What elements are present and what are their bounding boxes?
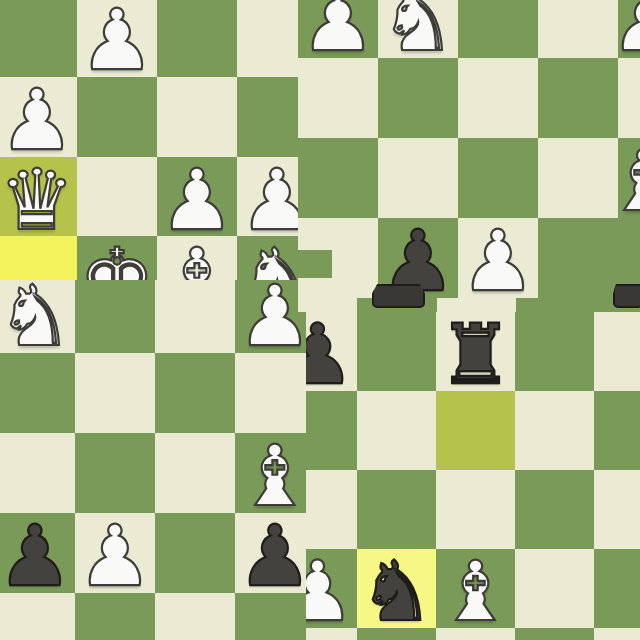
board-square[interactable] xyxy=(75,433,155,513)
white-bishop[interactable]: ♝ xyxy=(235,436,306,516)
board-square[interactable] xyxy=(157,0,237,77)
white-pawn[interactable]: ♟ xyxy=(235,276,306,356)
board-square[interactable] xyxy=(357,312,436,391)
board-square[interactable] xyxy=(594,628,640,640)
board-square[interactable] xyxy=(515,549,594,628)
board-square[interactable] xyxy=(594,470,640,549)
board-square[interactable] xyxy=(155,433,235,513)
black-pawn[interactable]: ♟ xyxy=(306,315,357,394)
white-pawn[interactable]: ♟ xyxy=(306,552,357,631)
board-square[interactable] xyxy=(357,391,436,470)
board-square[interactable] xyxy=(538,0,618,58)
board-fragment-top-right: ♟♞♟♟♟♝ xyxy=(298,0,640,298)
seam-band xyxy=(437,298,516,312)
board-square[interactable] xyxy=(515,470,594,549)
board-square[interactable] xyxy=(0,0,77,77)
seam-green-patch xyxy=(298,250,332,278)
white-bishop-partial[interactable]: ♝ xyxy=(604,141,640,221)
white-queen[interactable]: ♛ xyxy=(0,160,77,240)
board-square[interactable] xyxy=(0,353,75,433)
white-pawn[interactable]: ♟ xyxy=(458,221,538,298)
black-pawn[interactable]: ♟ xyxy=(0,516,75,596)
board-square[interactable] xyxy=(75,273,155,353)
black-rook[interactable]: ♜ xyxy=(436,315,515,394)
chess-board-mosaic: ♞♟♝♟♟♟♟♜♟♞♝♟♟♛♟♟♚♝♞♟♞♟♟♟♝ xyxy=(0,0,640,640)
white-knight[interactable]: ♞ xyxy=(237,239,300,280)
white-king[interactable]: ♚ xyxy=(77,239,157,280)
black-piece-base-partial xyxy=(372,284,425,308)
board-square[interactable] xyxy=(298,138,378,218)
black-piece-base-partial xyxy=(613,284,640,308)
board-square[interactable] xyxy=(298,58,378,138)
board-fragment-bottom-right: ♟♜♟♞♝ xyxy=(306,312,640,640)
board-square[interactable] xyxy=(378,58,458,138)
white-pawn[interactable]: ♟ xyxy=(157,160,237,240)
board-square[interactable] xyxy=(157,77,237,157)
seam-band xyxy=(298,298,357,312)
white-bishop[interactable]: ♝ xyxy=(436,552,515,631)
white-pawn[interactable]: ♟ xyxy=(0,80,77,160)
board-square[interactable] xyxy=(378,138,458,218)
board-square[interactable] xyxy=(235,353,306,433)
board-square[interactable] xyxy=(155,353,235,433)
seam-band xyxy=(516,298,596,312)
board-square[interactable] xyxy=(75,353,155,433)
white-pawn[interactable]: ♟ xyxy=(75,516,155,596)
board-square[interactable] xyxy=(515,391,594,470)
board-square[interactable] xyxy=(538,58,618,138)
board-fragment-top-left: ♟♟♛♟♟♚♝♞ xyxy=(0,0,300,280)
board-square[interactable] xyxy=(155,593,235,640)
board-square[interactable] xyxy=(77,157,157,237)
board-square[interactable] xyxy=(594,549,640,628)
board-square[interactable] xyxy=(458,0,538,58)
board-square[interactable] xyxy=(155,513,235,593)
board-square[interactable] xyxy=(155,273,235,353)
board-square[interactable] xyxy=(515,312,594,391)
board-square[interactable] xyxy=(237,77,300,157)
white-knight[interactable]: ♞ xyxy=(0,276,75,356)
board-square[interactable] xyxy=(618,58,640,138)
board-square[interactable] xyxy=(458,58,538,138)
board-fragment-bottom-left: ♞♟♝♟♟♟ xyxy=(0,273,306,640)
board-square[interactable] xyxy=(237,0,300,77)
white-knight[interactable]: ♞ xyxy=(378,0,458,61)
board-square[interactable] xyxy=(77,77,157,157)
board-square[interactable] xyxy=(357,470,436,549)
board-square[interactable] xyxy=(515,628,594,640)
black-pawn[interactable]: ♟ xyxy=(235,516,306,596)
board-square[interactable] xyxy=(306,470,357,549)
white-pawn[interactable]: ♟ xyxy=(77,0,157,80)
board-square[interactable] xyxy=(594,312,640,391)
board-square[interactable] xyxy=(538,218,618,298)
board-square[interactable] xyxy=(436,470,515,549)
board-square[interactable] xyxy=(458,138,538,218)
black-knight[interactable]: ♞ xyxy=(357,552,436,631)
board-square[interactable] xyxy=(0,433,75,513)
white-pawn[interactable]: ♟ xyxy=(298,0,378,61)
white-bishop[interactable]: ♝ xyxy=(157,239,237,280)
white-pawn[interactable]: ♟ xyxy=(237,160,300,240)
board-square[interactable] xyxy=(594,391,640,470)
board-fragment-seam-strip xyxy=(298,298,640,312)
white-pawn-partial[interactable]: ♟ xyxy=(608,0,640,61)
